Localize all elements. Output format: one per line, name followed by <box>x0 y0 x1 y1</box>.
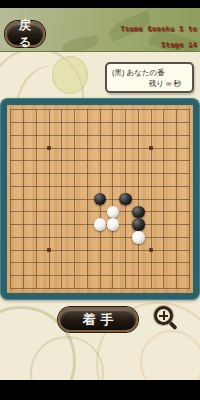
grid-line-h <box>10 275 190 276</box>
stone-white: ○ <box>132 231 144 243</box>
stone-black: ● <box>94 193 106 205</box>
grid-line-v <box>176 109 177 289</box>
board-frame: ●●●●○○○○ <box>0 98 200 300</box>
play-move-button[interactable]: 着手 <box>58 307 138 332</box>
status-bar-bottom <box>0 380 200 400</box>
stone-black: ● <box>132 206 144 218</box>
app-screen: 戻る Tsume Gomoku 5 te Stage 14 (黒) あなたの番 … <box>0 0 200 400</box>
star-point <box>47 248 50 251</box>
status-bar-top <box>0 0 200 8</box>
board-wood[interactable]: ●●●●○○○○ <box>7 105 193 293</box>
star-point <box>47 146 50 149</box>
grid-line-v <box>189 109 190 289</box>
stone-white: ○ <box>107 206 119 218</box>
page-title: Tsume Gomoku 5 te <box>120 25 197 33</box>
magnifier-handle <box>168 321 177 330</box>
turn-info-panel: (黒) あなたの番 残り ∞ 秒 <box>105 62 194 93</box>
stone-white: ○ <box>107 218 119 230</box>
stage-label: Stage 14 <box>161 41 197 49</box>
leaf-decoration <box>61 35 99 52</box>
stone-black: ● <box>119 193 131 205</box>
back-button[interactable]: 戻る <box>5 21 45 47</box>
star-point <box>149 146 152 149</box>
grid-line-h <box>10 262 190 263</box>
plus-icon <box>163 311 165 320</box>
grid-line-h <box>10 288 190 289</box>
stone-black: ● <box>132 218 144 230</box>
turn-text: (黒) あなたの番 <box>107 67 192 78</box>
time-remaining-text: 残り ∞ 秒 <box>107 78 192 89</box>
zoom-in-icon[interactable] <box>154 306 180 332</box>
stone-white: ○ <box>94 218 106 230</box>
fruit-decoration <box>52 56 88 94</box>
star-point <box>149 248 152 251</box>
